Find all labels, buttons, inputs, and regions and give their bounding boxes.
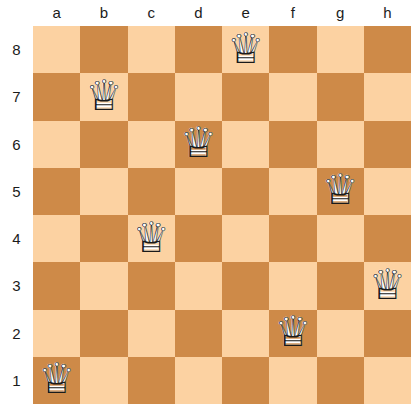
rank-label-7: 7 xyxy=(0,73,33,120)
square-a7[interactable] xyxy=(33,73,80,120)
white-queen-outline-glyph: ♕ xyxy=(85,75,123,117)
square-g3[interactable] xyxy=(317,262,364,309)
square-d5[interactable] xyxy=(175,168,222,215)
square-f7[interactable] xyxy=(269,73,316,120)
square-h7[interactable] xyxy=(364,73,411,120)
square-h2[interactable] xyxy=(364,310,411,357)
square-c8[interactable] xyxy=(128,26,175,73)
square-e2[interactable] xyxy=(222,310,269,357)
square-c1[interactable] xyxy=(128,357,175,404)
white-queen-outline-glyph: ♕ xyxy=(38,359,76,401)
rank-label-2: 2 xyxy=(0,310,33,357)
square-b5[interactable] xyxy=(80,168,127,215)
white-queen-c4: ♛♕ xyxy=(128,215,175,262)
square-d6[interactable]: ♛♕ xyxy=(175,121,222,168)
square-b7[interactable]: ♛♕ xyxy=(80,73,127,120)
board-body: 87654321 ♛♕♛♕♛♕♛♕♛♕♛♕♛♕♛♕ xyxy=(0,26,411,404)
file-label-f: f xyxy=(269,0,316,26)
square-e8[interactable]: ♛♕ xyxy=(222,26,269,73)
square-f5[interactable] xyxy=(269,168,316,215)
square-a6[interactable] xyxy=(33,121,80,168)
square-d8[interactable] xyxy=(175,26,222,73)
square-b6[interactable] xyxy=(80,121,127,168)
square-g1[interactable] xyxy=(317,357,364,404)
square-c2[interactable] xyxy=(128,310,175,357)
square-f1[interactable] xyxy=(269,357,316,404)
square-b8[interactable] xyxy=(80,26,127,73)
square-h1[interactable] xyxy=(364,357,411,404)
file-label-g: g xyxy=(317,0,364,26)
square-b4[interactable] xyxy=(80,215,127,262)
square-c5[interactable] xyxy=(128,168,175,215)
square-e4[interactable] xyxy=(222,215,269,262)
file-label-h: h xyxy=(364,0,411,26)
square-g7[interactable] xyxy=(317,73,364,120)
white-queen-outline-glyph: ♕ xyxy=(180,122,218,164)
rank-labels: 87654321 xyxy=(0,26,33,404)
square-f3[interactable] xyxy=(269,262,316,309)
square-d1[interactable] xyxy=(175,357,222,404)
rank-label-1: 1 xyxy=(0,357,33,404)
rank-label-8: 8 xyxy=(0,26,33,73)
square-h4[interactable] xyxy=(364,215,411,262)
square-e3[interactable] xyxy=(222,262,269,309)
white-queen-outline-glyph: ♕ xyxy=(369,264,407,306)
file-labels: abcdefgh xyxy=(0,0,411,26)
square-g6[interactable] xyxy=(317,121,364,168)
file-label-a: a xyxy=(33,0,80,26)
square-g5[interactable]: ♛♕ xyxy=(317,168,364,215)
square-e6[interactable] xyxy=(222,121,269,168)
square-c4[interactable]: ♛♕ xyxy=(128,215,175,262)
file-label-d: d xyxy=(175,0,222,26)
square-f8[interactable] xyxy=(269,26,316,73)
white-queen-d6: ♛♕ xyxy=(175,121,222,168)
white-queen-h3: ♛♕ xyxy=(364,262,411,309)
rank-label-3: 3 xyxy=(0,262,33,309)
square-e1[interactable] xyxy=(222,357,269,404)
square-b3[interactable] xyxy=(80,262,127,309)
square-h3[interactable]: ♛♕ xyxy=(364,262,411,309)
square-d3[interactable] xyxy=(175,262,222,309)
white-queen-outline-glyph: ♕ xyxy=(227,28,265,70)
square-f2[interactable]: ♛♕ xyxy=(269,310,316,357)
square-h6[interactable] xyxy=(364,121,411,168)
square-a2[interactable] xyxy=(33,310,80,357)
square-g8[interactable] xyxy=(317,26,364,73)
square-c7[interactable] xyxy=(128,73,175,120)
square-h5[interactable] xyxy=(364,168,411,215)
white-queen-outline-glyph: ♕ xyxy=(274,311,312,353)
square-f4[interactable] xyxy=(269,215,316,262)
chess-diagram-page: abcdefgh 87654321 ♛♕♛♕♛♕♛♕♛♕♛♕♛♕♛♕ xyxy=(0,0,411,409)
chess-board: ♛♕♛♕♛♕♛♕♛♕♛♕♛♕♛♕ xyxy=(33,26,411,404)
file-label-c: c xyxy=(128,0,175,26)
white-queen-f2: ♛♕ xyxy=(269,310,316,357)
square-d4[interactable] xyxy=(175,215,222,262)
square-g2[interactable] xyxy=(317,310,364,357)
square-g4[interactable] xyxy=(317,215,364,262)
square-d7[interactable] xyxy=(175,73,222,120)
square-d2[interactable] xyxy=(175,310,222,357)
white-queen-outline-glyph: ♕ xyxy=(132,217,170,259)
square-h8[interactable] xyxy=(364,26,411,73)
file-label-b: b xyxy=(80,0,127,26)
rank-label-5: 5 xyxy=(0,168,33,215)
white-queen-a1: ♛♕ xyxy=(33,357,80,404)
white-queen-outline-glyph: ♕ xyxy=(321,170,359,212)
white-queen-g5: ♛♕ xyxy=(317,168,364,215)
square-a3[interactable] xyxy=(33,262,80,309)
rank-label-6: 6 xyxy=(0,121,33,168)
square-a8[interactable] xyxy=(33,26,80,73)
square-c3[interactable] xyxy=(128,262,175,309)
square-a5[interactable] xyxy=(33,168,80,215)
square-c6[interactable] xyxy=(128,121,175,168)
square-b2[interactable] xyxy=(80,310,127,357)
file-label-e: e xyxy=(222,0,269,26)
white-queen-e8: ♛♕ xyxy=(222,26,269,73)
white-queen-b7: ♛♕ xyxy=(80,73,127,120)
rank-label-4: 4 xyxy=(0,215,33,262)
square-f6[interactable] xyxy=(269,121,316,168)
square-a4[interactable] xyxy=(33,215,80,262)
square-b1[interactable] xyxy=(80,357,127,404)
square-e5[interactable] xyxy=(222,168,269,215)
square-e7[interactable] xyxy=(222,73,269,120)
square-a1[interactable]: ♛♕ xyxy=(33,357,80,404)
